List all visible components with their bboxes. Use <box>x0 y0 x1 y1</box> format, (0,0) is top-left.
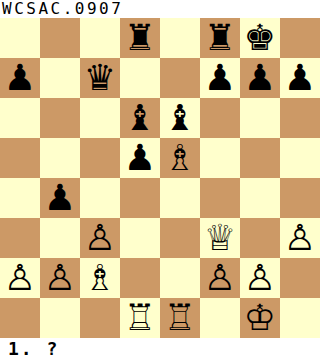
square-c2[interactable]: ♗ <box>80 258 120 298</box>
square-h5[interactable] <box>280 138 320 178</box>
square-c5[interactable] <box>80 138 120 178</box>
square-f4[interactable] <box>200 178 240 218</box>
square-f5[interactable] <box>200 138 240 178</box>
piece-white-pawn: ♙ <box>4 258 36 298</box>
piece-white-pawn: ♙ <box>204 258 236 298</box>
square-b1[interactable] <box>40 298 80 338</box>
piece-black-king: ♚ <box>244 18 276 58</box>
piece-white-pawn: ♙ <box>244 258 276 298</box>
square-d1[interactable]: ♖ <box>120 298 160 338</box>
piece-black-bishop: ♝ <box>124 98 156 138</box>
square-b6[interactable] <box>40 98 80 138</box>
square-d4[interactable] <box>120 178 160 218</box>
square-e6[interactable]: ♝ <box>160 98 200 138</box>
piece-black-rook: ♜ <box>124 18 156 58</box>
square-g2[interactable]: ♙ <box>240 258 280 298</box>
piece-black-pawn: ♟ <box>4 58 36 98</box>
piece-white-pawn: ♙ <box>284 218 316 258</box>
square-f2[interactable]: ♙ <box>200 258 240 298</box>
piece-white-bishop: ♗ <box>164 138 196 178</box>
square-g1[interactable]: ♔ <box>240 298 280 338</box>
square-g4[interactable] <box>240 178 280 218</box>
piece-white-queen: ♕ <box>204 218 236 258</box>
move-prompt: 1. ? <box>8 338 59 360</box>
square-b4[interactable]: ♟ <box>40 178 80 218</box>
piece-white-rook: ♖ <box>124 298 156 338</box>
square-e3[interactable] <box>160 218 200 258</box>
piece-black-rook: ♜ <box>204 18 236 58</box>
square-a1[interactable] <box>0 298 40 338</box>
square-c8[interactable] <box>80 18 120 58</box>
square-c3[interactable]: ♙ <box>80 218 120 258</box>
square-e8[interactable] <box>160 18 200 58</box>
square-d6[interactable]: ♝ <box>120 98 160 138</box>
piece-white-bishop: ♗ <box>84 258 116 298</box>
square-e4[interactable] <box>160 178 200 218</box>
square-e1[interactable]: ♖ <box>160 298 200 338</box>
chess-diagram-page: WCSAC.0907 ♜♜♚♟♛♟♟♟♝♝♟♗♟♙♕♙♙♙♗♙♙♖♖♔ 1. ? <box>0 0 320 360</box>
square-b7[interactable] <box>40 58 80 98</box>
square-f7[interactable]: ♟ <box>200 58 240 98</box>
square-e2[interactable] <box>160 258 200 298</box>
square-e7[interactable] <box>160 58 200 98</box>
square-h4[interactable] <box>280 178 320 218</box>
square-a3[interactable] <box>0 218 40 258</box>
square-c4[interactable] <box>80 178 120 218</box>
square-h6[interactable] <box>280 98 320 138</box>
piece-white-rook: ♖ <box>164 298 196 338</box>
piece-black-bishop: ♝ <box>164 98 196 138</box>
square-h1[interactable] <box>280 298 320 338</box>
square-f6[interactable] <box>200 98 240 138</box>
square-e5[interactable]: ♗ <box>160 138 200 178</box>
square-d2[interactable] <box>120 258 160 298</box>
square-h3[interactable]: ♙ <box>280 218 320 258</box>
square-h8[interactable] <box>280 18 320 58</box>
square-f1[interactable] <box>200 298 240 338</box>
piece-white-pawn: ♙ <box>84 218 116 258</box>
square-g3[interactable] <box>240 218 280 258</box>
square-c7[interactable]: ♛ <box>80 58 120 98</box>
chess-board: ♜♜♚♟♛♟♟♟♝♝♟♗♟♙♕♙♙♙♗♙♙♖♖♔ <box>0 18 320 338</box>
piece-black-queen: ♛ <box>84 58 116 98</box>
piece-black-pawn: ♟ <box>124 138 156 178</box>
square-b2[interactable]: ♙ <box>40 258 80 298</box>
square-a6[interactable] <box>0 98 40 138</box>
square-c6[interactable] <box>80 98 120 138</box>
piece-black-pawn: ♟ <box>204 58 236 98</box>
square-g6[interactable] <box>240 98 280 138</box>
square-f8[interactable]: ♜ <box>200 18 240 58</box>
square-d8[interactable]: ♜ <box>120 18 160 58</box>
square-b5[interactable] <box>40 138 80 178</box>
square-a8[interactable] <box>0 18 40 58</box>
diagram-title: WCSAC.0907 <box>2 0 123 18</box>
square-a2[interactable]: ♙ <box>0 258 40 298</box>
square-c1[interactable] <box>80 298 120 338</box>
square-h7[interactable]: ♟ <box>280 58 320 98</box>
square-d3[interactable] <box>120 218 160 258</box>
square-g7[interactable]: ♟ <box>240 58 280 98</box>
piece-black-pawn: ♟ <box>284 58 316 98</box>
square-a5[interactable] <box>0 138 40 178</box>
square-g5[interactable] <box>240 138 280 178</box>
square-a7[interactable]: ♟ <box>0 58 40 98</box>
piece-white-king: ♔ <box>244 298 276 338</box>
piece-black-pawn: ♟ <box>44 178 76 218</box>
square-h2[interactable] <box>280 258 320 298</box>
square-f3[interactable]: ♕ <box>200 218 240 258</box>
square-a4[interactable] <box>0 178 40 218</box>
piece-white-pawn: ♙ <box>44 258 76 298</box>
square-d5[interactable]: ♟ <box>120 138 160 178</box>
square-b3[interactable] <box>40 218 80 258</box>
square-d7[interactable] <box>120 58 160 98</box>
square-b8[interactable] <box>40 18 80 58</box>
square-g8[interactable]: ♚ <box>240 18 280 58</box>
piece-black-pawn: ♟ <box>244 58 276 98</box>
